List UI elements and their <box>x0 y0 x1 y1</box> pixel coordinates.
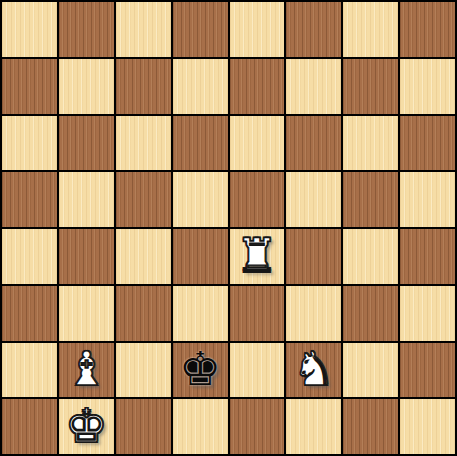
square-d7[interactable] <box>173 59 228 114</box>
square-a5[interactable] <box>2 172 57 227</box>
square-b6[interactable] <box>59 116 114 171</box>
square-d2[interactable]: ♚ <box>173 343 228 398</box>
chess-board: ♜♝♚♞♚ <box>2 2 455 454</box>
square-b7[interactable] <box>59 59 114 114</box>
square-a2[interactable] <box>2 343 57 398</box>
square-e4[interactable]: ♜ <box>230 229 285 284</box>
square-f1[interactable] <box>286 399 341 454</box>
square-a4[interactable] <box>2 229 57 284</box>
square-e8[interactable] <box>230 2 285 57</box>
square-b3[interactable] <box>59 286 114 341</box>
square-a7[interactable] <box>2 59 57 114</box>
piece-white-bishop[interactable]: ♝ <box>65 345 107 392</box>
square-g4[interactable] <box>343 229 398 284</box>
square-d1[interactable] <box>173 399 228 454</box>
square-f4[interactable] <box>286 229 341 284</box>
piece-black-king[interactable]: ♚ <box>179 345 221 392</box>
square-c2[interactable] <box>116 343 171 398</box>
square-b4[interactable] <box>59 229 114 284</box>
square-a6[interactable] <box>2 116 57 171</box>
square-f8[interactable] <box>286 2 341 57</box>
square-c6[interactable] <box>116 116 171 171</box>
square-e2[interactable] <box>230 343 285 398</box>
square-f7[interactable] <box>286 59 341 114</box>
square-g6[interactable] <box>343 116 398 171</box>
square-f5[interactable] <box>286 172 341 227</box>
square-h2[interactable] <box>400 343 455 398</box>
square-e5[interactable] <box>230 172 285 227</box>
square-c8[interactable] <box>116 2 171 57</box>
square-e1[interactable] <box>230 399 285 454</box>
piece-white-king[interactable]: ♚ <box>65 402 107 449</box>
square-e3[interactable] <box>230 286 285 341</box>
square-c7[interactable] <box>116 59 171 114</box>
square-h6[interactable] <box>400 116 455 171</box>
square-b1[interactable]: ♚ <box>59 399 114 454</box>
square-d8[interactable] <box>173 2 228 57</box>
piece-white-knight[interactable]: ♞ <box>293 345 335 392</box>
square-a8[interactable] <box>2 2 57 57</box>
square-b2[interactable]: ♝ <box>59 343 114 398</box>
square-c1[interactable] <box>116 399 171 454</box>
square-g1[interactable] <box>343 399 398 454</box>
square-h5[interactable] <box>400 172 455 227</box>
square-d5[interactable] <box>173 172 228 227</box>
chess-board-frame: ♜♝♚♞♚ <box>0 0 457 456</box>
square-d6[interactable] <box>173 116 228 171</box>
square-g5[interactable] <box>343 172 398 227</box>
square-h1[interactable] <box>400 399 455 454</box>
piece-white-rook[interactable]: ♜ <box>236 232 278 279</box>
square-e7[interactable] <box>230 59 285 114</box>
square-h4[interactable] <box>400 229 455 284</box>
square-e6[interactable] <box>230 116 285 171</box>
square-g7[interactable] <box>343 59 398 114</box>
square-b8[interactable] <box>59 2 114 57</box>
square-a1[interactable] <box>2 399 57 454</box>
square-d4[interactable] <box>173 229 228 284</box>
square-h3[interactable] <box>400 286 455 341</box>
square-g2[interactable] <box>343 343 398 398</box>
square-d3[interactable] <box>173 286 228 341</box>
square-g3[interactable] <box>343 286 398 341</box>
square-g8[interactable] <box>343 2 398 57</box>
square-f2[interactable]: ♞ <box>286 343 341 398</box>
square-c3[interactable] <box>116 286 171 341</box>
square-a3[interactable] <box>2 286 57 341</box>
square-f3[interactable] <box>286 286 341 341</box>
square-f6[interactable] <box>286 116 341 171</box>
square-h8[interactable] <box>400 2 455 57</box>
square-c5[interactable] <box>116 172 171 227</box>
square-b5[interactable] <box>59 172 114 227</box>
square-h7[interactable] <box>400 59 455 114</box>
square-c4[interactable] <box>116 229 171 284</box>
